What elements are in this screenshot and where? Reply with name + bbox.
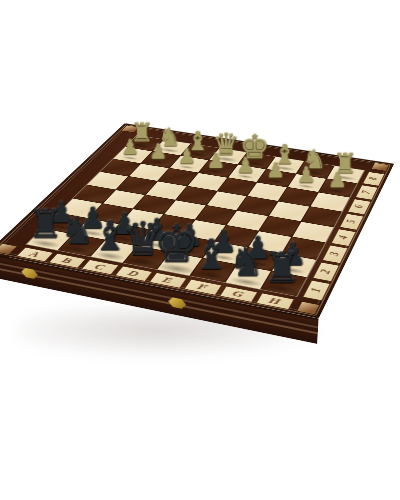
rank-label-8: 8 bbox=[362, 171, 385, 186]
black-rook-h1: ♜ bbox=[255, 247, 308, 289]
chess-board: ABCDEFGH 87654321 ♜♞♝♛♚♝♞♜♟♟♟♟♟♟♟♟♟♟♟♟♟♟… bbox=[0, 123, 394, 318]
brass-clasp-icon bbox=[21, 267, 38, 280]
brass-clasp-icon bbox=[168, 296, 186, 309]
product-photo-canvas: ABCDEFGH 87654321 ♜♞♝♛♚♝♞♜♟♟♟♟♟♟♟♟♟♟♟♟♟♟… bbox=[0, 0, 400, 500]
photo-perspective-wrap: ABCDEFGH 87654321 ♜♞♝♛♚♝♞♜♟♟♟♟♟♟♟♟♟♟♟♟♟♟… bbox=[0, 0, 400, 500]
